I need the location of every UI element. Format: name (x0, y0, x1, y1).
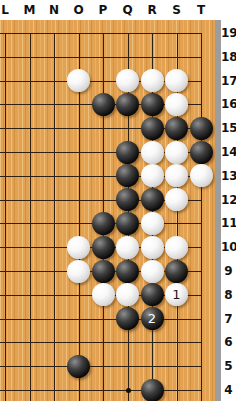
column-label: T (189, 3, 213, 17)
column-label: S (165, 3, 189, 17)
black-stone (92, 212, 115, 235)
move-number-label: 2 (141, 307, 164, 330)
column-label: L (0, 3, 17, 17)
white-stone (165, 93, 188, 116)
black-stone (141, 283, 164, 306)
black-stone (165, 260, 188, 283)
white-stone (165, 188, 188, 211)
white-stone (116, 283, 139, 306)
white-stone (165, 164, 188, 187)
row-label: 13 (221, 169, 236, 183)
white-stone (141, 164, 164, 187)
white-stone (67, 236, 90, 259)
row-label: 6 (221, 335, 236, 349)
black-stone: 2 (141, 307, 164, 330)
white-stone (141, 141, 164, 164)
row-label: 16 (221, 97, 236, 111)
white-stone (141, 260, 164, 283)
white-stone: 1 (165, 283, 188, 306)
white-stone (116, 236, 139, 259)
row-label: 15 (221, 121, 236, 135)
black-stone (92, 260, 115, 283)
black-stone (92, 236, 115, 259)
black-stone (141, 379, 164, 401)
column-labels: LMNOPQRST (0, 0, 236, 20)
go-board[interactable]: 21 (0, 20, 215, 401)
black-stone (116, 260, 139, 283)
black-stone (190, 117, 213, 140)
white-stone (141, 69, 164, 92)
row-label: 11 (221, 216, 236, 230)
white-stone (165, 69, 188, 92)
row-label: 5 (221, 359, 236, 373)
row-label: 4 (221, 383, 236, 397)
white-stone (116, 69, 139, 92)
star-point (126, 388, 131, 393)
black-stone (116, 307, 139, 330)
black-stone (67, 355, 90, 378)
row-labels: 19181716151413121110987654 (221, 0, 236, 401)
black-stone (141, 117, 164, 140)
black-stone (116, 164, 139, 187)
row-label: 8 (221, 288, 236, 302)
black-stone (141, 188, 164, 211)
black-stone (116, 93, 139, 116)
go-board-panel: LMNOPQRST 21 19181716151413121110987654 (0, 0, 236, 401)
white-stone (165, 236, 188, 259)
white-stone (92, 283, 115, 306)
column-label: P (91, 3, 115, 17)
black-stone (116, 141, 139, 164)
black-stone (190, 141, 213, 164)
black-stone (165, 117, 188, 140)
column-label: Q (116, 3, 140, 17)
row-label: 17 (221, 74, 236, 88)
move-number-label: 1 (165, 283, 188, 306)
white-stone (165, 141, 188, 164)
black-stone (116, 188, 139, 211)
column-label: R (140, 3, 164, 17)
white-stone (141, 212, 164, 235)
white-stone (67, 260, 90, 283)
row-label: 12 (221, 193, 236, 207)
column-label: M (18, 3, 42, 17)
black-stone (141, 93, 164, 116)
row-label: 9 (221, 264, 236, 278)
white-stone (141, 236, 164, 259)
row-label: 19 (221, 26, 236, 40)
white-stone (190, 164, 213, 187)
row-label: 7 (221, 312, 236, 326)
black-stone (92, 93, 115, 116)
row-label: 18 (221, 50, 236, 64)
row-label: 10 (221, 240, 236, 254)
column-label: N (42, 3, 66, 17)
row-label: 14 (221, 145, 236, 159)
black-stone (116, 212, 139, 235)
white-stone (67, 69, 90, 92)
column-label: O (67, 3, 91, 17)
